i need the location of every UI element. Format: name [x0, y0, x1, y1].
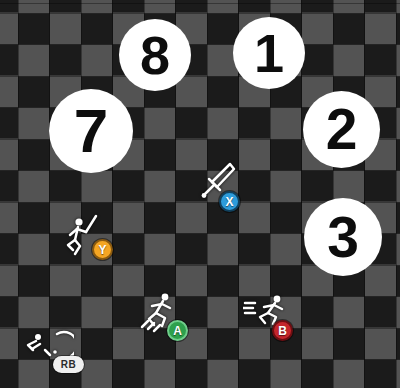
- number-marker-8[interactable]: 8: [119, 19, 191, 91]
- number-marker-7[interactable]: 7: [49, 89, 133, 173]
- action-hint-dive-roll: RB: [26, 328, 86, 378]
- xbox-x-button[interactable]: X: [219, 191, 240, 212]
- action-hint-attack: X: [194, 160, 244, 216]
- xbox-y-button[interactable]: Y: [92, 239, 113, 260]
- number-marker-1[interactable]: 1: [233, 17, 305, 89]
- xbox-rb-button[interactable]: RB: [53, 356, 84, 373]
- xbox-a-button[interactable]: A: [167, 320, 188, 341]
- action-hint-sprint: B: [243, 293, 298, 343]
- number-marker-3[interactable]: 3: [304, 198, 382, 276]
- number-marker-2[interactable]: 2: [303, 91, 380, 168]
- action-hint-melee: Y: [62, 210, 117, 265]
- xbox-b-button[interactable]: B: [272, 320, 293, 341]
- action-hint-run: A: [140, 291, 190, 343]
- game-arena: 8 1 7 2 3 X Y: [0, 0, 400, 388]
